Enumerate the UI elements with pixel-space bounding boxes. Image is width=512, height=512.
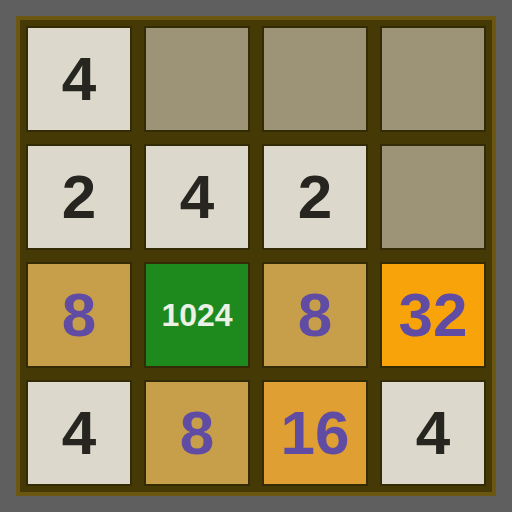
tile-32-r3c4: 32 <box>382 264 484 366</box>
tile-2-r2c3: 2 <box>264 146 366 248</box>
tile-4-r2c2: 4 <box>146 146 248 248</box>
tile-2-r2c1: 2 <box>28 146 130 248</box>
empty-cell-r2c4 <box>382 146 484 248</box>
tile-8-r3c1: 8 <box>28 264 130 366</box>
tile-4-r4c1: 4 <box>28 382 130 484</box>
tile-1024-r3c2: 1024 <box>146 264 248 366</box>
board[interactable]: 42428102483248164 <box>16 16 496 496</box>
empty-cell-r1c2 <box>146 28 248 130</box>
tile-8-r3c3: 8 <box>264 264 366 366</box>
tile-8-r4c2: 8 <box>146 382 248 484</box>
tile-16-r4c3: 16 <box>264 382 366 484</box>
page-background: 42428102483248164 <box>0 0 512 512</box>
tile-4-r4c4: 4 <box>382 382 484 484</box>
empty-cell-r1c3 <box>264 28 366 130</box>
empty-cell-r1c4 <box>382 28 484 130</box>
tile-4-r1c1: 4 <box>28 28 130 130</box>
